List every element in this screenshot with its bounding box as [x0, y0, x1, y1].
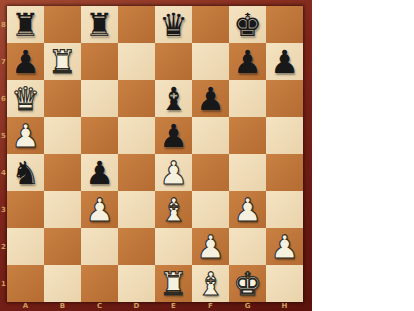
- square-a4[interactable]: ♞: [7, 154, 44, 191]
- square-d8[interactable]: [118, 6, 155, 43]
- square-b4[interactable]: [44, 154, 81, 191]
- chess-board: ♜♜♛♚♟♜♟♟♛♝♟♟♟♞♟♟♟♝♟♟♟♜♝♚ 87654321 ABCDEF…: [0, 0, 312, 311]
- white-rook: ♜: [44, 43, 81, 80]
- white-pawn: ♟: [155, 154, 192, 191]
- square-c7[interactable]: [81, 43, 118, 80]
- square-b1[interactable]: [44, 265, 81, 302]
- square-b2[interactable]: [44, 228, 81, 265]
- black-queen: ♛: [155, 6, 192, 43]
- square-h2[interactable]: ♟: [266, 228, 303, 265]
- rank-label-6: 6: [0, 80, 7, 117]
- square-h6[interactable]: [266, 80, 303, 117]
- square-e6[interactable]: ♝: [155, 80, 192, 117]
- file-label-c: C: [81, 302, 118, 311]
- black-pawn: ♟: [192, 80, 229, 117]
- white-pawn: ♟: [266, 228, 303, 265]
- square-a1[interactable]: [7, 265, 44, 302]
- black-bishop: ♝: [155, 80, 192, 117]
- square-b8[interactable]: [44, 6, 81, 43]
- square-g5[interactable]: [229, 117, 266, 154]
- square-d1[interactable]: [118, 265, 155, 302]
- black-rook: ♜: [7, 6, 44, 43]
- white-king: ♚: [229, 265, 266, 302]
- square-d5[interactable]: [118, 117, 155, 154]
- square-b7[interactable]: ♜: [44, 43, 81, 80]
- white-pawn: ♟: [81, 191, 118, 228]
- square-e2[interactable]: [155, 228, 192, 265]
- square-g1[interactable]: ♚: [229, 265, 266, 302]
- square-f8[interactable]: [192, 6, 229, 43]
- square-a2[interactable]: [7, 228, 44, 265]
- file-label-a: A: [7, 302, 44, 311]
- square-g4[interactable]: [229, 154, 266, 191]
- file-label-b: B: [44, 302, 81, 311]
- square-h8[interactable]: [266, 6, 303, 43]
- file-label-g: G: [229, 302, 266, 311]
- square-f2[interactable]: ♟: [192, 228, 229, 265]
- square-f1[interactable]: ♝: [192, 265, 229, 302]
- white-bishop: ♝: [155, 191, 192, 228]
- square-d2[interactable]: [118, 228, 155, 265]
- black-pawn: ♟: [229, 43, 266, 80]
- file-label-h: H: [266, 302, 303, 311]
- black-pawn: ♟: [7, 43, 44, 80]
- square-b3[interactable]: [44, 191, 81, 228]
- square-f6[interactable]: ♟: [192, 80, 229, 117]
- square-e7[interactable]: [155, 43, 192, 80]
- rank-label-5: 5: [0, 117, 7, 154]
- square-b5[interactable]: [44, 117, 81, 154]
- square-f4[interactable]: [192, 154, 229, 191]
- file-label-d: D: [118, 302, 155, 311]
- square-d7[interactable]: [118, 43, 155, 80]
- square-c8[interactable]: ♜: [81, 6, 118, 43]
- square-a3[interactable]: [7, 191, 44, 228]
- square-g3[interactable]: ♟: [229, 191, 266, 228]
- white-rook: ♜: [155, 265, 192, 302]
- square-h1[interactable]: [266, 265, 303, 302]
- square-g2[interactable]: [229, 228, 266, 265]
- square-g7[interactable]: ♟: [229, 43, 266, 80]
- black-king: ♚: [229, 6, 266, 43]
- square-d4[interactable]: [118, 154, 155, 191]
- black-knight: ♞: [7, 154, 44, 191]
- square-b6[interactable]: [44, 80, 81, 117]
- square-a7[interactable]: ♟: [7, 43, 44, 80]
- square-c4[interactable]: ♟: [81, 154, 118, 191]
- square-c6[interactable]: [81, 80, 118, 117]
- square-d6[interactable]: [118, 80, 155, 117]
- square-a8[interactable]: ♜: [7, 6, 44, 43]
- square-g8[interactable]: ♚: [229, 6, 266, 43]
- white-pawn: ♟: [7, 117, 44, 154]
- square-f5[interactable]: [192, 117, 229, 154]
- rank-labels: 87654321: [0, 6, 7, 302]
- square-f3[interactable]: [192, 191, 229, 228]
- square-g6[interactable]: [229, 80, 266, 117]
- rank-label-2: 2: [0, 228, 7, 265]
- file-label-f: F: [192, 302, 229, 311]
- square-d3[interactable]: [118, 191, 155, 228]
- black-pawn: ♟: [155, 117, 192, 154]
- white-pawn: ♟: [192, 228, 229, 265]
- file-label-e: E: [155, 302, 192, 311]
- square-e4[interactable]: ♟: [155, 154, 192, 191]
- square-e5[interactable]: ♟: [155, 117, 192, 154]
- file-labels: ABCDEFGH: [7, 302, 303, 311]
- black-pawn: ♟: [266, 43, 303, 80]
- rank-label-4: 4: [0, 154, 7, 191]
- black-rook: ♜: [81, 6, 118, 43]
- white-pawn: ♟: [229, 191, 266, 228]
- square-h4[interactable]: [266, 154, 303, 191]
- square-e1[interactable]: ♜: [155, 265, 192, 302]
- rank-label-7: 7: [0, 43, 7, 80]
- square-h3[interactable]: [266, 191, 303, 228]
- white-bishop: ♝: [192, 265, 229, 302]
- square-c3[interactable]: ♟: [81, 191, 118, 228]
- black-pawn: ♟: [81, 154, 118, 191]
- square-h5[interactable]: [266, 117, 303, 154]
- rank-label-3: 3: [0, 191, 7, 228]
- square-a6[interactable]: ♛: [7, 80, 44, 117]
- square-h7[interactable]: ♟: [266, 43, 303, 80]
- square-e3[interactable]: ♝: [155, 191, 192, 228]
- board-grid: ♜♜♛♚♟♜♟♟♛♝♟♟♟♞♟♟♟♝♟♟♟♜♝♚: [7, 6, 303, 302]
- rank-label-8: 8: [0, 6, 7, 43]
- square-c2[interactable]: [81, 228, 118, 265]
- square-c1[interactable]: [81, 265, 118, 302]
- square-e8[interactable]: ♛: [155, 6, 192, 43]
- rank-label-1: 1: [0, 265, 7, 302]
- square-a5[interactable]: ♟: [7, 117, 44, 154]
- square-c5[interactable]: [81, 117, 118, 154]
- white-queen: ♛: [7, 80, 44, 117]
- square-f7[interactable]: [192, 43, 229, 80]
